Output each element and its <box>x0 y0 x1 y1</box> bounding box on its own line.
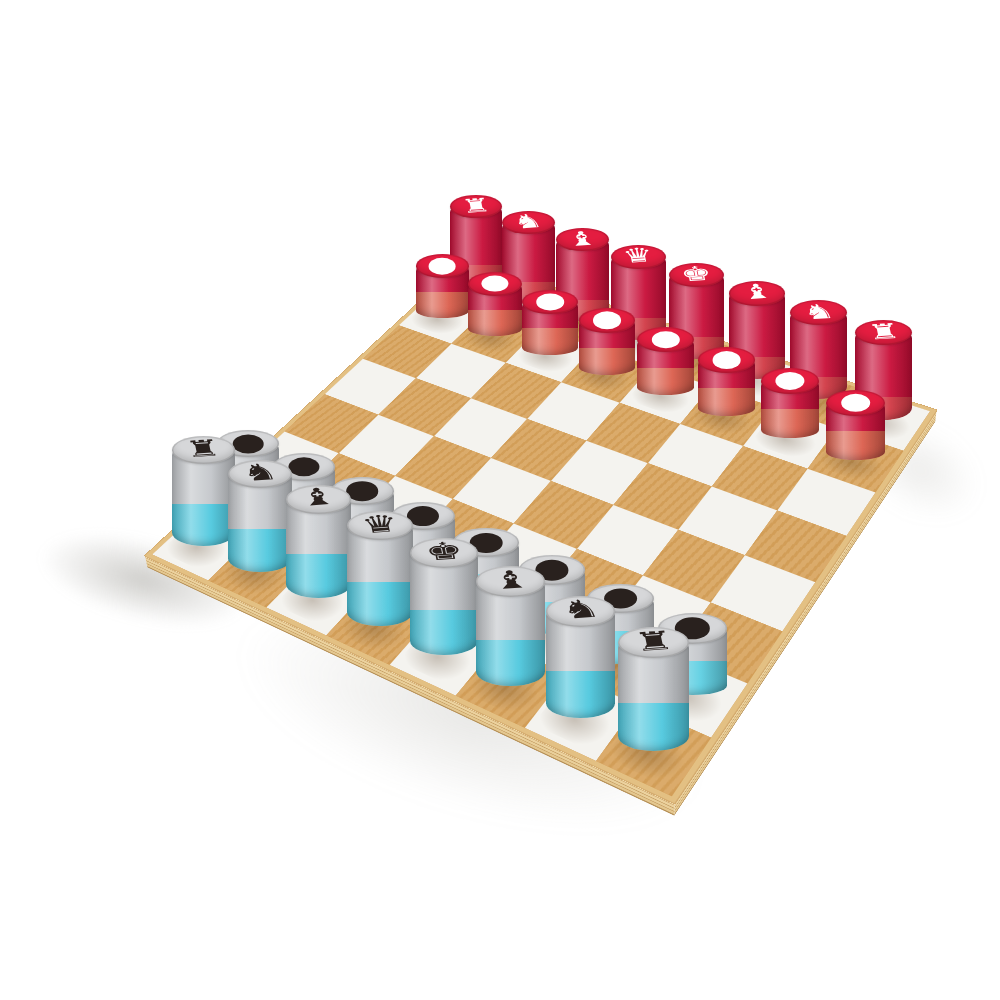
piece-silver-bishop-c1[interactable]: ♝ <box>286 485 351 598</box>
pieces-layer: ♜♞♝♛♚♝♞♜♜♞♝♛♚♝♞♜ <box>0 0 1000 1000</box>
piece-top-face: ♝ <box>286 485 351 514</box>
bishop-icon: ♝ <box>739 281 774 303</box>
pawn-dot-icon <box>429 258 456 275</box>
pawn-dot-icon <box>233 434 264 453</box>
piece-red-pawn-g7[interactable] <box>761 368 819 437</box>
knight-icon: ♞ <box>512 211 545 232</box>
pawn-dot-icon <box>288 457 319 476</box>
rook-icon: ♜ <box>631 627 676 655</box>
photo-stage: ♜♞♝♛♚♝♞♜♜♞♝♛♚♝♞♜ <box>0 0 1000 1000</box>
bishop-icon: ♝ <box>566 228 600 249</box>
king-icon: ♚ <box>423 538 465 565</box>
rook-icon: ♜ <box>865 320 901 343</box>
piece-red-pawn-f7[interactable] <box>698 347 756 415</box>
piece-top-face: ♝ <box>729 281 785 306</box>
rook-icon: ♜ <box>183 436 223 461</box>
piece-top-face: ♝ <box>476 566 545 596</box>
pawn-dot-icon <box>775 372 804 390</box>
piece-top-face: ♚ <box>410 538 477 568</box>
piece-red-pawn-d7[interactable] <box>579 308 635 374</box>
piece-cylinder-body <box>476 582 545 686</box>
piece-top-face <box>761 368 819 394</box>
piece-cylinder-body <box>172 450 235 546</box>
knight-icon: ♞ <box>239 460 279 485</box>
pawn-dot-icon <box>536 293 564 310</box>
piece-top-face <box>698 347 756 372</box>
piece-top-face: ♛ <box>611 245 665 269</box>
piece-top-face <box>579 308 635 333</box>
piece-top-face <box>468 272 522 296</box>
king-icon: ♚ <box>679 262 714 284</box>
piece-cylinder-body <box>546 611 616 717</box>
pawn-dot-icon <box>593 312 621 329</box>
piece-top-face <box>416 254 470 278</box>
piece-cylinder-body <box>286 499 351 598</box>
piece-silver-knight-b1[interactable]: ♞ <box>228 460 292 571</box>
piece-cylinder-body <box>410 553 477 655</box>
piece-top-face: ♜ <box>172 436 235 464</box>
piece-silver-king-e1[interactable]: ♚ <box>410 538 477 655</box>
bishop-icon: ♝ <box>298 485 339 511</box>
piece-silver-rook-a1[interactable]: ♜ <box>172 436 235 546</box>
piece-top-face <box>522 290 577 314</box>
piece-top-face: ♚ <box>669 263 724 287</box>
piece-top-face: ♞ <box>228 460 292 488</box>
piece-top-face: ♞ <box>546 596 616 627</box>
piece-cylinder-body <box>618 643 689 751</box>
piece-red-pawn-b7[interactable] <box>468 272 522 337</box>
piece-cylinder-body <box>347 526 413 627</box>
pawn-dot-icon <box>651 331 679 349</box>
pawn-dot-icon <box>346 481 378 501</box>
piece-red-pawn-c7[interactable] <box>522 290 577 356</box>
piece-silver-knight-g1[interactable]: ♞ <box>546 596 616 717</box>
pawn-dot-icon <box>482 275 509 292</box>
queen-icon: ♛ <box>359 511 401 537</box>
piece-silver-bishop-f1[interactable]: ♝ <box>476 566 545 685</box>
bishop-icon: ♝ <box>489 566 532 593</box>
rook-icon: ♜ <box>460 195 493 216</box>
piece-red-pawn-a7[interactable] <box>416 254 470 318</box>
piece-cylinder-body <box>228 474 292 571</box>
piece-top-face: ♛ <box>347 511 413 540</box>
piece-silver-rook-h1[interactable]: ♜ <box>618 627 689 751</box>
queen-icon: ♛ <box>621 245 655 267</box>
pawn-dot-icon <box>712 351 741 369</box>
knight-icon: ♞ <box>559 596 603 624</box>
piece-red-pawn-e7[interactable] <box>637 327 694 394</box>
piece-top-face <box>826 390 885 416</box>
piece-silver-queen-d1[interactable]: ♛ <box>347 511 413 626</box>
piece-red-pawn-h7[interactable] <box>826 390 885 461</box>
knight-icon: ♞ <box>801 300 837 323</box>
pawn-dot-icon <box>841 394 871 412</box>
